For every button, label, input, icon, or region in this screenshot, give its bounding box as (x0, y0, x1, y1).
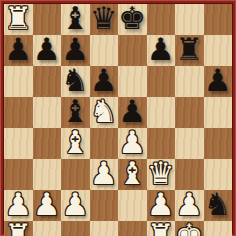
black-rook[interactable]: ♜ (175, 34, 203, 65)
square-e8[interactable]: ♚ (118, 4, 147, 35)
square-c1[interactable] (61, 221, 90, 236)
white-pawn[interactable]: ♟ (33, 189, 61, 220)
square-a4[interactable] (4, 128, 33, 159)
square-g5[interactable] (175, 97, 204, 128)
square-g4[interactable] (175, 128, 204, 159)
square-e2[interactable] (118, 190, 147, 221)
black-pawn[interactable]: ♟ (33, 34, 61, 65)
white-rook[interactable]: ♜ (147, 220, 175, 236)
white-pawn[interactable]: ♟ (90, 158, 118, 189)
square-d1[interactable] (90, 221, 119, 236)
square-h1[interactable] (204, 221, 233, 236)
chess-board[interactable]: ♜♝♛♚♟♟♟♟♜♞♟♟♝♞♟♝♟♟♝♛♟♟♟♟♟♞♜♜♚ (4, 4, 232, 232)
square-d2[interactable] (90, 190, 119, 221)
square-e7[interactable] (118, 35, 147, 66)
black-pawn[interactable]: ♟ (118, 96, 146, 127)
square-f6[interactable] (147, 66, 176, 97)
white-pawn[interactable]: ♟ (118, 127, 146, 158)
white-rook[interactable]: ♜ (4, 220, 32, 236)
square-b2[interactable]: ♟ (33, 190, 62, 221)
board-frame: ♜♝♛♚♟♟♟♟♜♞♟♟♝♞♟♝♟♟♝♛♟♟♟♟♟♞♜♜♚ (0, 0, 236, 236)
square-h6[interactable]: ♟ (204, 66, 233, 97)
square-a7[interactable]: ♟ (4, 35, 33, 66)
square-h4[interactable] (204, 128, 233, 159)
black-pawn[interactable]: ♟ (147, 34, 175, 65)
white-pawn[interactable]: ♟ (175, 189, 203, 220)
white-pawn[interactable]: ♟ (4, 189, 32, 220)
square-b5[interactable] (33, 97, 62, 128)
black-knight[interactable]: ♞ (61, 65, 89, 96)
square-g6[interactable] (175, 66, 204, 97)
black-king[interactable]: ♚ (118, 3, 146, 34)
square-d5[interactable]: ♞ (90, 97, 119, 128)
white-pawn[interactable]: ♟ (61, 189, 89, 220)
square-f1[interactable]: ♜ (147, 221, 176, 236)
black-pawn[interactable]: ♟ (204, 65, 232, 96)
black-bishop[interactable]: ♝ (61, 3, 89, 34)
white-bishop[interactable]: ♝ (61, 127, 89, 158)
square-g1[interactable]: ♚ (175, 221, 204, 236)
square-b6[interactable] (33, 66, 62, 97)
square-a6[interactable] (4, 66, 33, 97)
square-g7[interactable]: ♜ (175, 35, 204, 66)
square-a1[interactable]: ♜ (4, 221, 33, 236)
square-e1[interactable] (118, 221, 147, 236)
square-h8[interactable] (204, 4, 233, 35)
square-b4[interactable] (33, 128, 62, 159)
black-queen[interactable]: ♛ (90, 3, 118, 34)
square-h5[interactable] (204, 97, 233, 128)
square-c4[interactable]: ♝ (61, 128, 90, 159)
square-c2[interactable]: ♟ (61, 190, 90, 221)
square-e3[interactable]: ♝ (118, 159, 147, 190)
white-bishop[interactable]: ♝ (118, 158, 146, 189)
square-b1[interactable] (33, 221, 62, 236)
black-pawn[interactable]: ♟ (61, 34, 89, 65)
black-pawn[interactable]: ♟ (4, 34, 32, 65)
white-rook[interactable]: ♜ (4, 3, 32, 34)
black-pawn[interactable]: ♟ (90, 65, 118, 96)
white-pawn[interactable]: ♟ (147, 189, 175, 220)
black-knight[interactable]: ♞ (204, 189, 232, 220)
square-f5[interactable] (147, 97, 176, 128)
square-d8[interactable]: ♛ (90, 4, 119, 35)
square-b7[interactable]: ♟ (33, 35, 62, 66)
square-h2[interactable]: ♞ (204, 190, 233, 221)
white-king[interactable]: ♚ (175, 220, 203, 236)
square-f7[interactable]: ♟ (147, 35, 176, 66)
square-a5[interactable] (4, 97, 33, 128)
white-queen[interactable]: ♛ (147, 158, 175, 189)
black-bishop[interactable]: ♝ (61, 96, 89, 127)
square-d3[interactable]: ♟ (90, 159, 119, 190)
white-knight[interactable]: ♞ (90, 96, 118, 127)
